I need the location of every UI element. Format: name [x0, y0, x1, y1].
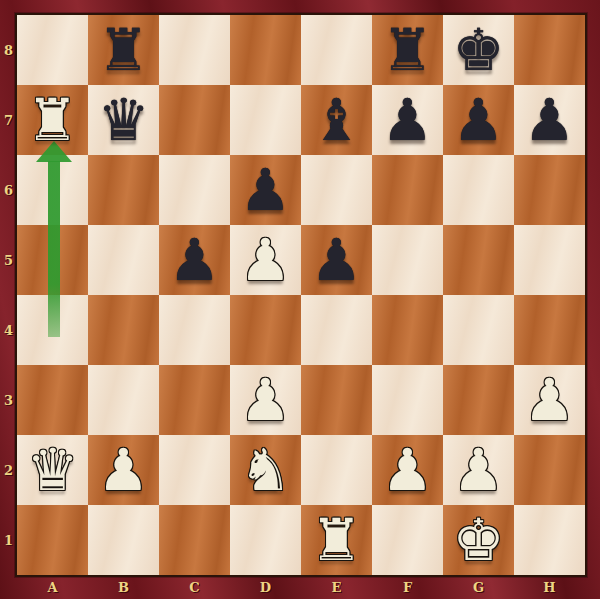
square-e4[interactable]	[301, 295, 372, 365]
rank-label-4: 4	[0, 295, 17, 365]
square-f6[interactable]	[372, 155, 443, 225]
square-c8[interactable]	[159, 15, 230, 85]
square-e3[interactable]	[301, 365, 372, 435]
square-d4[interactable]	[230, 295, 301, 365]
square-d6[interactable]: ♟	[230, 155, 301, 225]
square-e5[interactable]: ♟	[301, 225, 372, 295]
black-pawn-h7[interactable]: ♟	[524, 85, 576, 155]
square-c3[interactable]	[159, 365, 230, 435]
square-f2[interactable]: ♟	[372, 435, 443, 505]
rank-label-1: 1	[0, 505, 17, 575]
square-b4[interactable]	[88, 295, 159, 365]
square-a7[interactable]: ♜	[17, 85, 88, 155]
square-g8[interactable]: ♚	[443, 15, 514, 85]
white-queen-a2[interactable]: ♛	[27, 435, 79, 505]
square-d7[interactable]	[230, 85, 301, 155]
square-f1[interactable]	[372, 505, 443, 575]
square-h4[interactable]	[514, 295, 585, 365]
square-h5[interactable]	[514, 225, 585, 295]
white-pawn-d5[interactable]: ♟	[240, 225, 292, 295]
square-b3[interactable]	[88, 365, 159, 435]
square-d1[interactable]	[230, 505, 301, 575]
chess-diagram: ♜♜♚♜♛♝♟♟♟♟♟♟♟♟♟♛♟♞♟♟♜♚ 87654321 ABCDEFGH	[0, 0, 600, 599]
white-knight-d2[interactable]: ♞	[240, 435, 292, 505]
square-f7[interactable]: ♟	[372, 85, 443, 155]
file-label-c: C	[159, 575, 230, 599]
square-a1[interactable]	[17, 505, 88, 575]
square-c1[interactable]	[159, 505, 230, 575]
square-g1[interactable]: ♚	[443, 505, 514, 575]
square-b6[interactable]	[88, 155, 159, 225]
white-pawn-h3[interactable]: ♟	[524, 365, 576, 435]
black-pawn-e5[interactable]: ♟	[311, 225, 363, 295]
square-a2[interactable]: ♛	[17, 435, 88, 505]
square-a8[interactable]	[17, 15, 88, 85]
square-e2[interactable]	[301, 435, 372, 505]
black-pawn-g7[interactable]: ♟	[453, 85, 505, 155]
square-d8[interactable]	[230, 15, 301, 85]
square-b5[interactable]	[88, 225, 159, 295]
move-arrow-shaft	[48, 161, 60, 337]
square-f8[interactable]: ♜	[372, 15, 443, 85]
file-label-f: F	[372, 575, 443, 599]
square-h6[interactable]	[514, 155, 585, 225]
square-c6[interactable]	[159, 155, 230, 225]
square-g2[interactable]: ♟	[443, 435, 514, 505]
black-pawn-c5[interactable]: ♟	[169, 225, 221, 295]
square-f3[interactable]	[372, 365, 443, 435]
square-g6[interactable]	[443, 155, 514, 225]
square-c4[interactable]	[159, 295, 230, 365]
file-label-d: D	[230, 575, 301, 599]
square-d3[interactable]: ♟	[230, 365, 301, 435]
square-g3[interactable]	[443, 365, 514, 435]
white-pawn-d3[interactable]: ♟	[240, 365, 292, 435]
rank-label-3: 3	[0, 365, 17, 435]
white-pawn-f2[interactable]: ♟	[382, 435, 434, 505]
square-g5[interactable]	[443, 225, 514, 295]
square-e8[interactable]	[301, 15, 372, 85]
file-label-a: A	[17, 575, 88, 599]
rank-label-2: 2	[0, 435, 17, 505]
square-b8[interactable]: ♜	[88, 15, 159, 85]
square-b1[interactable]	[88, 505, 159, 575]
square-f4[interactable]	[372, 295, 443, 365]
square-b2[interactable]: ♟	[88, 435, 159, 505]
white-rook-e1[interactable]: ♜	[311, 505, 363, 575]
white-pawn-g2[interactable]: ♟	[453, 435, 505, 505]
square-h8[interactable]	[514, 15, 585, 85]
rank-label-7: 7	[0, 85, 17, 155]
file-label-g: G	[443, 575, 514, 599]
rank-label-5: 5	[0, 225, 17, 295]
white-rook-a7[interactable]: ♜	[27, 85, 79, 155]
square-d2[interactable]: ♞	[230, 435, 301, 505]
black-king-g8[interactable]: ♚	[453, 15, 505, 85]
file-label-e: E	[301, 575, 372, 599]
black-rook-b8[interactable]: ♜	[98, 15, 150, 85]
black-bishop-e7[interactable]: ♝	[311, 85, 363, 155]
rank-label-8: 8	[0, 15, 17, 85]
square-h3[interactable]: ♟	[514, 365, 585, 435]
square-c2[interactable]	[159, 435, 230, 505]
black-rook-f8[interactable]: ♜	[382, 15, 434, 85]
square-e1[interactable]: ♜	[301, 505, 372, 575]
white-king-g1[interactable]: ♚	[453, 505, 505, 575]
square-h1[interactable]	[514, 505, 585, 575]
square-h2[interactable]	[514, 435, 585, 505]
square-h7[interactable]: ♟	[514, 85, 585, 155]
square-g4[interactable]	[443, 295, 514, 365]
square-e6[interactable]	[301, 155, 372, 225]
square-c5[interactable]: ♟	[159, 225, 230, 295]
square-f5[interactable]	[372, 225, 443, 295]
black-pawn-f7[interactable]: ♟	[382, 85, 434, 155]
file-label-b: B	[88, 575, 159, 599]
square-g7[interactable]: ♟	[443, 85, 514, 155]
rank-label-6: 6	[0, 155, 17, 225]
square-d5[interactable]: ♟	[230, 225, 301, 295]
square-a3[interactable]	[17, 365, 88, 435]
black-pawn-d6[interactable]: ♟	[240, 155, 292, 225]
square-e7[interactable]: ♝	[301, 85, 372, 155]
square-c7[interactable]	[159, 85, 230, 155]
black-queen-b7[interactable]: ♛	[98, 85, 150, 155]
white-pawn-b2[interactable]: ♟	[98, 435, 150, 505]
chess-board: ♜♜♚♜♛♝♟♟♟♟♟♟♟♟♟♛♟♞♟♟♜♚	[17, 15, 585, 575]
square-b7[interactable]: ♛	[88, 85, 159, 155]
file-label-h: H	[514, 575, 585, 599]
